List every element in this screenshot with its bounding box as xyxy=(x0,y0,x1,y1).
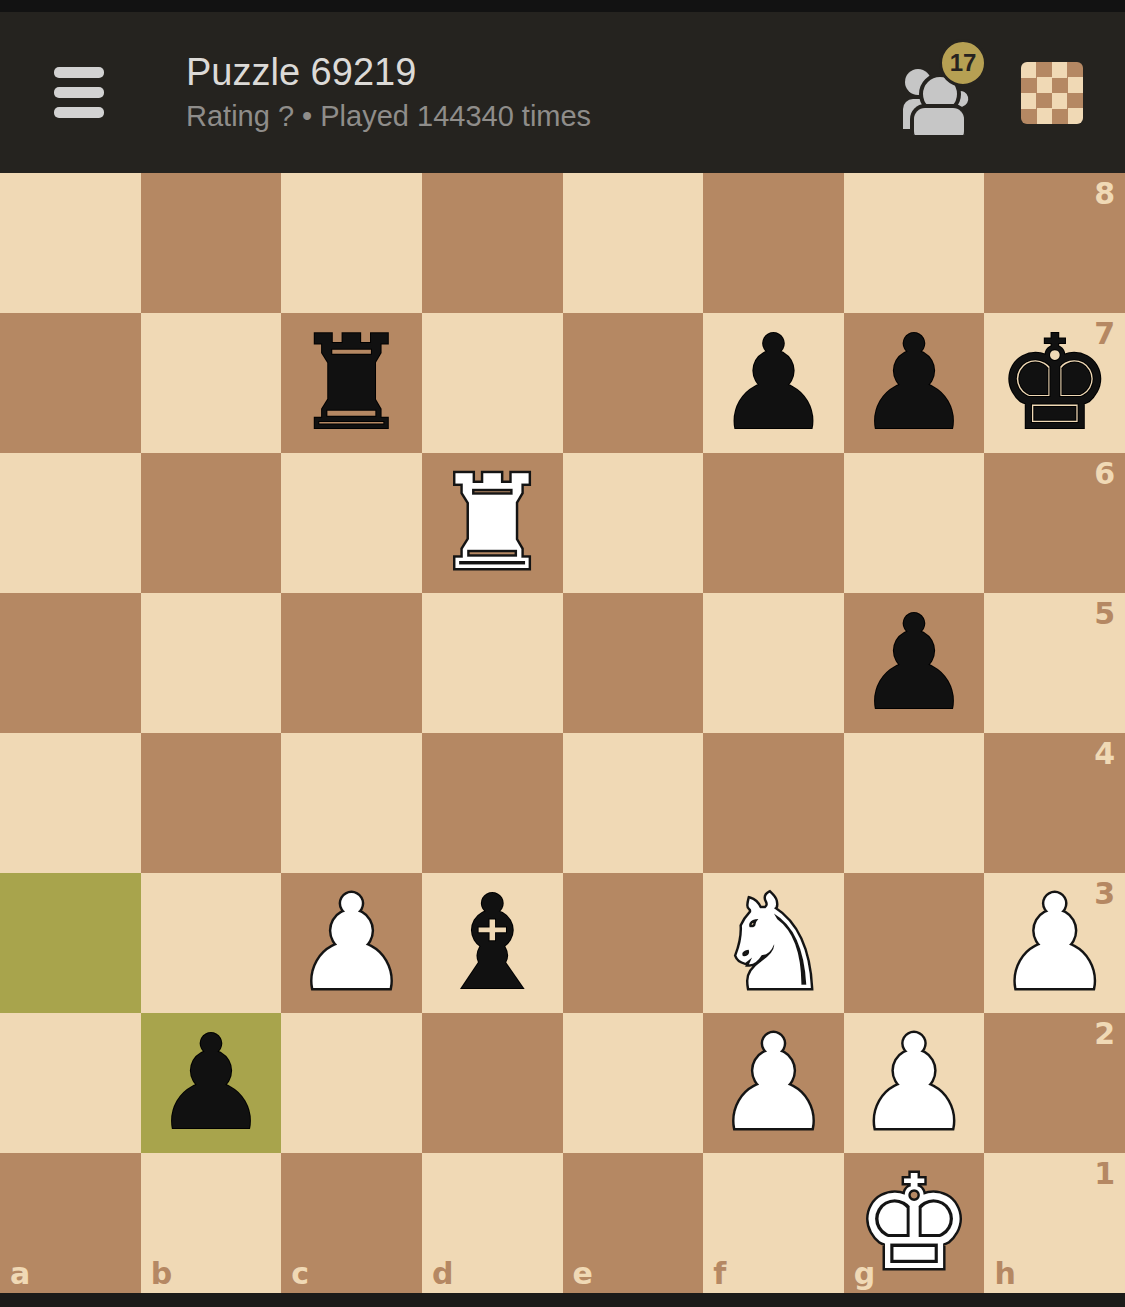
square-g1[interactable]: g♚ xyxy=(844,1153,985,1293)
puzzle-meta: Rating ? • Played 144340 times xyxy=(186,101,591,133)
square-b2[interactable]: ♟ xyxy=(141,1013,282,1153)
square-b5[interactable] xyxy=(141,593,282,733)
square-e4[interactable] xyxy=(563,733,704,873)
square-e6[interactable] xyxy=(563,453,704,593)
file-label: h xyxy=(994,1256,1015,1291)
piece-black-pawn[interactable]: ♟ xyxy=(703,313,844,453)
square-b8[interactable] xyxy=(141,173,282,313)
square-f2[interactable]: ♟ xyxy=(703,1013,844,1153)
square-a8[interactable] xyxy=(0,173,141,313)
square-f5[interactable] xyxy=(703,593,844,733)
square-h8[interactable]: 8 xyxy=(984,173,1125,313)
piece-white-king[interactable]: ♚ xyxy=(844,1153,985,1293)
title-block: Puzzle 69219 Rating ? • Played 144340 ti… xyxy=(186,52,591,133)
piece-black-rook[interactable]: ♜ xyxy=(281,313,422,453)
square-c3[interactable]: ♟ xyxy=(281,873,422,1013)
square-a4[interactable] xyxy=(0,733,141,873)
square-g2[interactable]: ♟ xyxy=(844,1013,985,1153)
square-a3[interactable] xyxy=(0,873,141,1013)
square-a2[interactable] xyxy=(0,1013,141,1153)
players-button[interactable]: 17 xyxy=(903,55,969,131)
square-d6[interactable]: ♜ xyxy=(422,453,563,593)
square-e5[interactable] xyxy=(563,593,704,733)
players-count-badge: 17 xyxy=(939,39,987,87)
square-a7[interactable] xyxy=(0,313,141,453)
square-b1[interactable]: b xyxy=(141,1153,282,1293)
square-e1[interactable]: e xyxy=(563,1153,704,1293)
square-c7[interactable]: ♜ xyxy=(281,313,422,453)
square-d2[interactable] xyxy=(422,1013,563,1153)
square-g7[interactable]: ♟ xyxy=(844,313,985,453)
header-actions: 17 xyxy=(903,55,1083,131)
file-label: f xyxy=(713,1256,726,1291)
piece-white-knight[interactable]: ♞ xyxy=(703,873,844,1013)
file-label: c xyxy=(291,1256,309,1291)
top-bar: Puzzle 69219 Rating ? • Played 144340 ti… xyxy=(0,12,1125,173)
square-b6[interactable] xyxy=(141,453,282,593)
file-label: b xyxy=(151,1256,172,1291)
square-g3[interactable] xyxy=(844,873,985,1013)
square-h1[interactable]: 1h xyxy=(984,1153,1125,1293)
square-h4[interactable]: 4 xyxy=(984,733,1125,873)
rank-label: 8 xyxy=(1094,176,1115,211)
page-title: Puzzle 69219 xyxy=(186,52,591,94)
square-d7[interactable] xyxy=(422,313,563,453)
app-screen: Puzzle 69219 Rating ? • Played 144340 ti… xyxy=(0,0,1125,1307)
rank-label: 1 xyxy=(1094,1156,1115,1191)
square-a5[interactable] xyxy=(0,593,141,733)
square-h7[interactable]: 7♚ xyxy=(984,313,1125,453)
menu-icon[interactable] xyxy=(54,67,104,118)
square-d3[interactable]: ♝ xyxy=(422,873,563,1013)
square-h2[interactable]: 2 xyxy=(984,1013,1125,1153)
piece-white-pawn[interactable]: ♟ xyxy=(844,1013,985,1153)
square-d1[interactable]: d xyxy=(422,1153,563,1293)
square-c2[interactable] xyxy=(281,1013,422,1153)
rank-label: 6 xyxy=(1094,456,1115,491)
piece-black-king[interactable]: ♚ xyxy=(984,313,1125,453)
square-d5[interactable] xyxy=(422,593,563,733)
square-d8[interactable] xyxy=(422,173,563,313)
square-c8[interactable] xyxy=(281,173,422,313)
square-g8[interactable] xyxy=(844,173,985,313)
square-c5[interactable] xyxy=(281,593,422,733)
square-b7[interactable] xyxy=(141,313,282,453)
piece-white-pawn[interactable]: ♟ xyxy=(703,1013,844,1153)
square-c1[interactable]: c xyxy=(281,1153,422,1293)
square-e8[interactable] xyxy=(563,173,704,313)
square-b4[interactable] xyxy=(141,733,282,873)
piece-black-pawn[interactable]: ♟ xyxy=(844,313,985,453)
square-a1[interactable]: a xyxy=(0,1153,141,1293)
file-label: a xyxy=(10,1256,30,1291)
square-f8[interactable] xyxy=(703,173,844,313)
square-e3[interactable] xyxy=(563,873,704,1013)
square-g4[interactable] xyxy=(844,733,985,873)
square-h3[interactable]: 3♟ xyxy=(984,873,1125,1013)
piece-black-bishop[interactable]: ♝ xyxy=(422,873,563,1013)
square-e7[interactable] xyxy=(563,313,704,453)
rank-label: 4 xyxy=(1094,736,1115,771)
square-h5[interactable]: 5 xyxy=(984,593,1125,733)
status-strip xyxy=(0,0,1125,12)
chess-board: 8♜♟♟7♚♜6♟54♟♝♞3♟♟♟♟2abcdefg♚1h xyxy=(0,173,1125,1293)
file-label: d xyxy=(432,1256,453,1291)
rank-label: 5 xyxy=(1094,596,1115,631)
square-f3[interactable]: ♞ xyxy=(703,873,844,1013)
piece-black-pawn[interactable]: ♟ xyxy=(141,1013,282,1153)
square-h6[interactable]: 6 xyxy=(984,453,1125,593)
square-c4[interactable] xyxy=(281,733,422,873)
square-f1[interactable]: f xyxy=(703,1153,844,1293)
person-front-body xyxy=(910,104,968,135)
piece-white-pawn[interactable]: ♟ xyxy=(984,873,1125,1013)
square-d4[interactable] xyxy=(422,733,563,873)
piece-black-pawn[interactable]: ♟ xyxy=(844,593,985,733)
square-c6[interactable] xyxy=(281,453,422,593)
rank-label: 2 xyxy=(1094,1016,1115,1051)
square-g5[interactable]: ♟ xyxy=(844,593,985,733)
square-e2[interactable] xyxy=(563,1013,704,1153)
square-a6[interactable] xyxy=(0,453,141,593)
square-f4[interactable] xyxy=(703,733,844,873)
square-f6[interactable] xyxy=(703,453,844,593)
square-f7[interactable]: ♟ xyxy=(703,313,844,453)
square-b3[interactable] xyxy=(141,873,282,1013)
square-g6[interactable] xyxy=(844,453,985,593)
board-icon[interactable] xyxy=(1021,62,1083,124)
piece-white-rook[interactable]: ♜ xyxy=(422,453,563,593)
file-label: e xyxy=(573,1256,593,1291)
piece-white-pawn[interactable]: ♟ xyxy=(281,873,422,1013)
